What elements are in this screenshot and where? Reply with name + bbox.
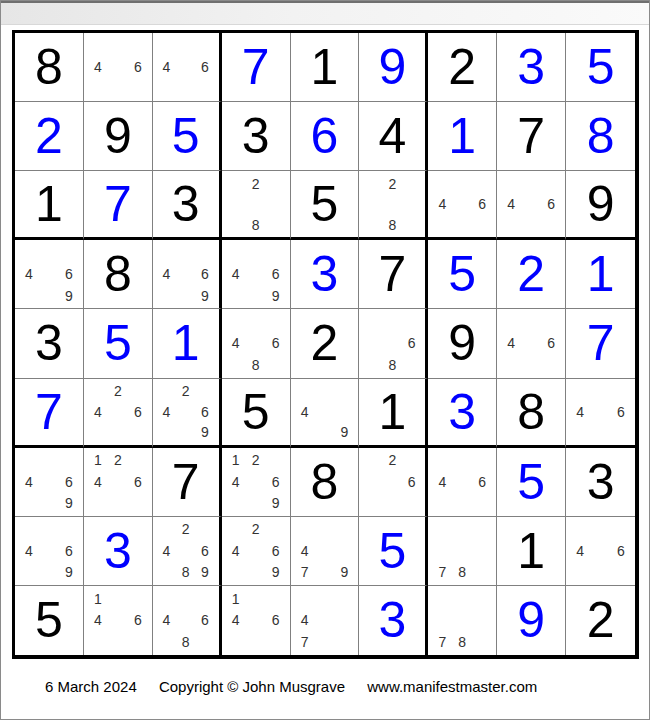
given-digit: 1 (378, 387, 406, 437)
candidate-6: 6 (128, 56, 148, 77)
pencil-marks: 469 (226, 242, 286, 306)
candidate-2: 2 (383, 450, 402, 471)
candidate-4: 4 (157, 610, 176, 632)
candidate-1: 1 (88, 450, 108, 471)
cell-r2c6[interactable]: 4 (359, 102, 428, 171)
candidate-6: 6 (541, 194, 561, 215)
candidate-4: 4 (226, 333, 246, 354)
candidate-2: 2 (108, 450, 128, 471)
candidate-6: 6 (266, 333, 286, 354)
cell-r2c2[interactable]: 9 (84, 102, 153, 171)
cell-r6c2[interactable]: 246 (84, 379, 153, 448)
pencil-marks: 146 (88, 588, 148, 653)
solved-digit: 1 (172, 318, 200, 368)
pencil-marks: 46 (88, 35, 148, 99)
cell-r7c9[interactable]: 3 (566, 448, 635, 517)
pencil-marks: 46 (501, 173, 561, 235)
cell-r1c8[interactable]: 3 (497, 33, 566, 102)
cell-r2c8[interactable]: 7 (497, 102, 566, 171)
candidate-2: 2 (246, 519, 266, 540)
pencil-marks: 46 (432, 173, 492, 235)
solved-digit: 9 (517, 595, 545, 645)
cell-r6c1[interactable]: 7 (15, 379, 84, 448)
candidate-9: 9 (59, 562, 79, 583)
cell-r1c2[interactable]: 46 (84, 33, 153, 102)
cell-r3c3[interactable]: 3 (153, 171, 222, 240)
cell-r2c4[interactable]: 3 (222, 102, 291, 171)
candidate-6: 6 (195, 401, 214, 422)
given-digit: 8 (35, 42, 63, 92)
cell-r3c2[interactable]: 7 (84, 171, 153, 240)
given-digit: 3 (35, 318, 63, 368)
candidate-9: 9 (195, 562, 214, 583)
candidate-7: 7 (432, 631, 452, 653)
given-digit: 7 (172, 457, 200, 507)
pencil-marks: 49 (295, 381, 355, 443)
candidate-4: 4 (295, 610, 315, 632)
given-digit: 1 (35, 179, 63, 229)
footer-copyright: Copyright © John Musgrave (159, 678, 345, 695)
pencil-marks: 78 (432, 519, 492, 583)
cell-r2c5[interactable]: 6 (291, 102, 360, 171)
cell-r2c1[interactable]: 2 (15, 102, 84, 171)
candidate-9: 9 (59, 285, 79, 306)
cell-r7c1[interactable]: 469 (15, 448, 84, 517)
candidate-8: 8 (383, 354, 402, 375)
given-digit: 3 (172, 179, 200, 229)
given-digit: 2 (448, 42, 476, 92)
candidate-4: 4 (226, 540, 246, 561)
candidate-2: 2 (246, 450, 266, 471)
given-digit: 1 (311, 42, 339, 92)
pencil-marks: 1246 (88, 450, 148, 514)
candidate-8: 8 (452, 562, 472, 583)
candidate-4: 4 (501, 333, 521, 354)
candidate-4: 4 (295, 401, 315, 422)
solved-digit: 3 (378, 595, 406, 645)
solved-digit: 8 (587, 111, 615, 161)
candidate-4: 4 (226, 471, 246, 492)
candidate-6: 6 (472, 194, 492, 215)
pencil-marks: 24689 (157, 519, 215, 583)
footer-date: 6 March 2024 (45, 678, 137, 695)
candidate-6: 6 (611, 540, 631, 561)
solved-digit: 2 (517, 249, 545, 299)
cell-r7c2[interactable]: 1246 (84, 448, 153, 517)
candidate-7: 7 (295, 562, 315, 583)
candidate-8: 8 (383, 215, 402, 236)
cell-r5c7[interactable]: 9 (428, 309, 497, 378)
cell-r8c8[interactable]: 1 (497, 517, 566, 586)
cell-r7c8[interactable]: 5 (497, 448, 566, 517)
solved-digit: 3 (311, 249, 339, 299)
cell-r3c8[interactable]: 46 (497, 171, 566, 240)
cell-r2c9[interactable]: 8 (566, 102, 635, 171)
solved-digit: 3 (104, 526, 132, 576)
cell-r6c7[interactable]: 3 (428, 379, 497, 448)
cell-r6c6[interactable]: 1 (359, 379, 428, 448)
cell-r5c6[interactable]: 68 (359, 309, 428, 378)
candidate-7: 7 (432, 562, 452, 583)
cell-r9c4[interactable]: 146 (222, 586, 291, 655)
cell-r4c2[interactable]: 8 (84, 240, 153, 309)
pencil-marks: 46 (157, 35, 215, 99)
pencil-marks: 469 (19, 519, 79, 583)
pencil-marks: 46 (432, 450, 492, 514)
cell-r8c7[interactable]: 78 (428, 517, 497, 586)
candidate-4: 4 (88, 56, 108, 77)
solved-digit: 7 (587, 318, 615, 368)
candidate-1: 1 (226, 588, 246, 610)
candidate-4: 4 (157, 264, 176, 285)
candidate-9: 9 (334, 422, 354, 443)
cell-r4c3[interactable]: 469 (153, 240, 222, 309)
candidate-6: 6 (541, 333, 561, 354)
solved-digit: 6 (311, 111, 339, 161)
cell-r4c9[interactable]: 1 (566, 240, 635, 309)
solved-digit: 9 (378, 42, 406, 92)
window-titlebar (1, 1, 649, 25)
candidate-9: 9 (266, 285, 286, 306)
cell-r5c4[interactable]: 468 (222, 309, 291, 378)
cell-r3c7[interactable]: 46 (428, 171, 497, 240)
given-digit: 8 (517, 387, 545, 437)
pencil-marks: 28 (363, 173, 421, 235)
candidate-8: 8 (452, 631, 472, 653)
candidate-6: 6 (195, 540, 214, 561)
solved-digit: 5 (587, 42, 615, 92)
cell-r3c1[interactable]: 1 (15, 171, 84, 240)
candidate-6: 6 (266, 540, 286, 561)
candidate-6: 6 (402, 471, 421, 492)
cell-r9c8[interactable]: 9 (497, 586, 566, 655)
cell-r1c9[interactable]: 5 (566, 33, 635, 102)
cell-r5c9[interactable]: 7 (566, 309, 635, 378)
solved-digit: 5 (448, 249, 476, 299)
candidate-6: 6 (472, 471, 492, 492)
cell-r3c4[interactable]: 28 (222, 171, 291, 240)
sudoku-page: 8464671923529536417817328528464694698469… (0, 0, 650, 720)
pencil-marks: 468 (157, 588, 215, 653)
cell-r3c9[interactable]: 9 (566, 171, 635, 240)
pencil-marks: 78 (432, 588, 492, 653)
candidate-1: 1 (88, 588, 108, 610)
given-digit: 2 (311, 318, 339, 368)
candidate-4: 4 (19, 264, 39, 285)
cell-r7c3[interactable]: 7 (153, 448, 222, 517)
candidate-4: 4 (88, 401, 108, 422)
cell-r6c9[interactable]: 46 (566, 379, 635, 448)
candidate-6: 6 (59, 540, 79, 561)
cell-r8c2[interactable]: 3 (84, 517, 153, 586)
candidate-8: 8 (176, 562, 195, 583)
solved-digit: 3 (517, 42, 545, 92)
candidate-8: 8 (176, 631, 195, 653)
solved-digit: 5 (104, 318, 132, 368)
cell-r4c4[interactable]: 469 (222, 240, 291, 309)
candidate-6: 6 (59, 264, 79, 285)
solved-digit: 2 (35, 111, 63, 161)
footer: 6 March 2024 Copyright © John Musgrave w… (45, 678, 537, 695)
cell-r6c8[interactable]: 8 (497, 379, 566, 448)
candidate-6: 6 (195, 610, 214, 632)
cell-r9c2[interactable]: 146 (84, 586, 153, 655)
pencil-marks: 246 (88, 381, 148, 443)
candidate-4: 4 (157, 401, 176, 422)
cell-r1c7[interactable]: 2 (428, 33, 497, 102)
cell-r5c1[interactable]: 3 (15, 309, 84, 378)
cell-r9c6[interactable]: 3 (359, 586, 428, 655)
cell-r1c3[interactable]: 46 (153, 33, 222, 102)
cell-r9c1[interactable]: 5 (15, 586, 84, 655)
pencil-marks: 46 (570, 381, 631, 443)
candidate-4: 4 (570, 540, 590, 561)
cell-r8c3[interactable]: 24689 (153, 517, 222, 586)
cell-r1c1[interactable]: 8 (15, 33, 84, 102)
cell-r7c7[interactable]: 46 (428, 448, 497, 517)
cell-r4c7[interactable]: 5 (428, 240, 497, 309)
pencil-marks: 46 (570, 519, 631, 583)
candidate-9: 9 (334, 562, 354, 583)
cell-r4c1[interactable]: 469 (15, 240, 84, 309)
given-digit: 5 (242, 387, 270, 437)
solved-digit: 1 (587, 249, 615, 299)
cell-r4c5[interactable]: 3 (291, 240, 360, 309)
cell-r8c4[interactable]: 2469 (222, 517, 291, 586)
given-digit: 3 (242, 111, 270, 161)
pencil-marks: 47 (295, 588, 355, 653)
cell-r1c4[interactable]: 7 (222, 33, 291, 102)
candidate-4: 4 (432, 194, 452, 215)
candidate-9: 9 (266, 492, 286, 513)
candidate-6: 6 (266, 471, 286, 492)
given-digit: 9 (104, 111, 132, 161)
candidate-4: 4 (226, 264, 246, 285)
candidate-4: 4 (88, 610, 108, 632)
pencil-marks: 2469 (157, 381, 215, 443)
given-digit: 9 (448, 318, 476, 368)
given-digit: 3 (587, 457, 615, 507)
candidate-2: 2 (246, 173, 266, 194)
candidate-6: 6 (195, 264, 214, 285)
cell-r2c3[interactable]: 5 (153, 102, 222, 171)
candidate-9: 9 (266, 562, 286, 583)
cell-r3c5[interactable]: 5 (291, 171, 360, 240)
candidate-4: 4 (157, 540, 176, 561)
given-digit: 7 (378, 249, 406, 299)
cell-r5c3[interactable]: 1 (153, 309, 222, 378)
cell-r6c3[interactable]: 2469 (153, 379, 222, 448)
candidate-4: 4 (88, 471, 108, 492)
candidate-6: 6 (266, 610, 286, 632)
solved-digit: 7 (35, 387, 63, 437)
given-digit: 4 (378, 111, 406, 161)
candidate-4: 4 (432, 471, 452, 492)
cell-r3c6[interactable]: 28 (359, 171, 428, 240)
cell-r6c4[interactable]: 5 (222, 379, 291, 448)
candidate-6: 6 (611, 401, 631, 422)
pencil-marks: 469 (157, 242, 215, 306)
footer-website: www.manifestmaster.com (367, 678, 537, 695)
candidate-1: 1 (226, 450, 246, 471)
candidate-2: 2 (176, 381, 195, 402)
given-digit: 5 (35, 595, 63, 645)
candidate-6: 6 (128, 401, 148, 422)
cell-r9c3[interactable]: 468 (153, 586, 222, 655)
candidate-9: 9 (59, 492, 79, 513)
candidate-4: 4 (501, 194, 521, 215)
pencil-marks: 26 (363, 450, 421, 514)
candidate-4: 4 (295, 540, 315, 561)
given-digit: 1 (517, 526, 545, 576)
pencil-marks: 68 (363, 311, 421, 375)
cell-r5c5[interactable]: 2 (291, 309, 360, 378)
candidate-6: 6 (128, 471, 148, 492)
candidate-2: 2 (383, 173, 402, 194)
cell-r9c9[interactable]: 2 (566, 586, 635, 655)
pencil-marks: 28 (226, 173, 286, 235)
cell-r7c4[interactable]: 12469 (222, 448, 291, 517)
candidate-6: 6 (195, 56, 214, 77)
candidate-8: 8 (246, 215, 266, 236)
cell-r9c7[interactable]: 78 (428, 586, 497, 655)
candidate-4: 4 (19, 471, 39, 492)
solved-digit: 7 (242, 42, 270, 92)
candidate-6: 6 (266, 264, 286, 285)
candidate-4: 4 (570, 401, 590, 422)
cell-r6c5[interactable]: 49 (291, 379, 360, 448)
given-digit: 7 (517, 111, 545, 161)
cell-r8c6[interactable]: 5 (359, 517, 428, 586)
cell-r2c7[interactable]: 1 (428, 102, 497, 171)
solved-digit: 5 (517, 457, 545, 507)
solved-digit: 5 (172, 111, 200, 161)
given-digit: 8 (104, 249, 132, 299)
cell-r4c6[interactable]: 7 (359, 240, 428, 309)
candidate-4: 4 (19, 540, 39, 561)
pencil-marks: 146 (226, 588, 286, 653)
solved-digit: 3 (448, 387, 476, 437)
solved-digit: 7 (104, 179, 132, 229)
pencil-marks: 479 (295, 519, 355, 583)
pencil-marks: 12469 (226, 450, 286, 514)
cell-r8c1[interactable]: 469 (15, 517, 84, 586)
candidate-6: 6 (402, 333, 421, 354)
candidate-2: 2 (108, 381, 128, 402)
sudoku-grid: 8464671923529536417817328528464694698469… (12, 30, 639, 659)
cell-r7c5[interactable]: 8 (291, 448, 360, 517)
given-digit: 9 (587, 179, 615, 229)
candidate-8: 8 (246, 354, 266, 375)
pencil-marks: 46 (501, 311, 561, 375)
pencil-marks: 2469 (226, 519, 286, 583)
solved-digit: 1 (448, 111, 476, 161)
given-digit: 2 (587, 595, 615, 645)
pencil-marks: 469 (19, 450, 79, 514)
cell-r5c2[interactable]: 5 (84, 309, 153, 378)
cell-r8c9[interactable]: 46 (566, 517, 635, 586)
cell-r7c6[interactable]: 26 (359, 448, 428, 517)
candidate-2: 2 (176, 519, 195, 540)
pencil-marks: 468 (226, 311, 286, 375)
cell-r4c8[interactable]: 2 (497, 240, 566, 309)
candidate-7: 7 (295, 631, 315, 653)
candidate-9: 9 (195, 285, 214, 306)
candidate-4: 4 (157, 56, 176, 77)
cell-r5c8[interactable]: 46 (497, 309, 566, 378)
given-digit: 5 (311, 179, 339, 229)
cell-r8c5[interactable]: 479 (291, 517, 360, 586)
cell-r1c6[interactable]: 9 (359, 33, 428, 102)
candidate-4: 4 (226, 610, 246, 632)
solved-digit: 5 (378, 526, 406, 576)
candidate-9: 9 (195, 422, 214, 443)
candidate-6: 6 (128, 610, 148, 632)
candidate-6: 6 (59, 471, 79, 492)
cell-r9c5[interactable]: 47 (291, 586, 360, 655)
given-digit: 8 (311, 457, 339, 507)
pencil-marks: 469 (19, 242, 79, 306)
cell-r1c5[interactable]: 1 (291, 33, 360, 102)
